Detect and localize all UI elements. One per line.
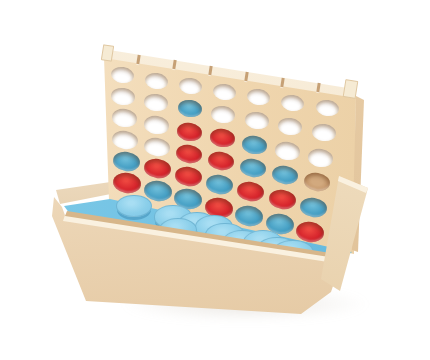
tray-spare-disc <box>116 195 152 217</box>
connect-four-product-photo <box>0 0 430 360</box>
